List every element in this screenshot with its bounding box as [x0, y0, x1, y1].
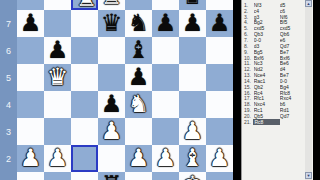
white-pawn-a2: ♟: [17, 145, 44, 172]
black-pawn-b6: ♟: [44, 37, 71, 64]
white-pawn-b2: ♟: [44, 145, 71, 172]
square-h6[interactable]: [206, 37, 233, 64]
square-g5[interactable]: [179, 64, 206, 91]
square-h8[interactable]: [206, 0, 233, 10]
square-e5[interactable]: ♟: [125, 64, 152, 91]
square-h4[interactable]: [206, 91, 233, 118]
white-pawn-d3: ♟: [98, 118, 125, 145]
square-f4[interactable]: [152, 91, 179, 118]
square-d6[interactable]: [98, 37, 125, 64]
square-a5[interactable]: [17, 64, 44, 91]
black-pawn-e5: ♟: [125, 64, 152, 91]
square-f2[interactable]: ♟: [152, 145, 179, 172]
square-a8[interactable]: [17, 0, 44, 10]
square-e4[interactable]: ♞: [125, 91, 152, 118]
square-d1[interactable]: ♜: [98, 172, 125, 180]
square-f1[interactable]: [152, 172, 179, 180]
square-b2[interactable]: ♟: [44, 145, 71, 172]
square-h1[interactable]: [206, 172, 233, 180]
square-d2[interactable]: [98, 145, 125, 172]
square-d7[interactable]: ♛: [98, 10, 125, 37]
white-pawn-e2: ♟: [125, 145, 152, 172]
white-knight-e4: ♞: [125, 91, 152, 118]
white-rook-d8: ♜: [98, 0, 125, 10]
scrollbar-track[interactable]: [305, 0, 312, 180]
chess-app-window: 87654321 ♜♜♚♟♛♞♟♟♟♟♝♛♟♟♞♟♟♟♟♟♟♝♟♜♚ 1.Nf3…: [0, 0, 320, 180]
square-g6[interactable]: [179, 37, 206, 64]
rank-label-4: 4: [0, 91, 17, 118]
move-list-rows: 1.Nf3d52.c4c63.g3Nf64.Bg2Bf55.cxd5cxd56.…: [243, 2, 305, 125]
square-h3[interactable]: [206, 118, 233, 145]
square-d4[interactable]: ♟: [98, 91, 125, 118]
rank-label-3: 3: [0, 118, 17, 145]
square-e8[interactable]: [125, 0, 152, 10]
black-rook-d1: ♜: [98, 172, 125, 180]
rank-label-6: 6: [0, 37, 17, 64]
square-g1[interactable]: ♚: [179, 172, 206, 180]
rank-label-1: 1: [0, 172, 17, 180]
square-f6[interactable]: [152, 37, 179, 64]
white-pawn-f2: ♟: [152, 145, 179, 172]
black-pawn-a7: ♟: [17, 10, 44, 37]
square-e3[interactable]: [125, 118, 152, 145]
square-h5[interactable]: [206, 64, 233, 91]
square-d5[interactable]: [98, 64, 125, 91]
square-g7[interactable]: ♟: [179, 10, 206, 37]
square-a2[interactable]: ♟: [17, 145, 44, 172]
square-f5[interactable]: [152, 64, 179, 91]
square-a7[interactable]: ♟: [17, 10, 44, 37]
square-a4[interactable]: [17, 91, 44, 118]
square-d3[interactable]: ♟: [98, 118, 125, 145]
move-list-panel: 1.Nf3d52.c4c63.g3Nf64.Bg2Bf55.cxd5cxd56.…: [241, 0, 313, 180]
white-move-21[interactable]: Rc8: [253, 119, 279, 125]
black-pawn-g7: ♟: [179, 10, 206, 37]
white-pawn-h2: ♟: [206, 145, 233, 172]
black-king-g8: ♚: [179, 0, 206, 10]
black-pawn-f7: ♟: [152, 10, 179, 37]
square-c8[interactable]: ♜: [71, 0, 98, 10]
square-e2[interactable]: ♟: [125, 145, 152, 172]
move-number: 21.: [243, 119, 252, 125]
rank-labels: 87654321: [0, 0, 17, 180]
square-b7[interactable]: [44, 10, 71, 37]
square-b1[interactable]: [44, 172, 71, 180]
white-queen-b5: ♛: [44, 64, 71, 91]
chess-board[interactable]: ♜♜♚♟♛♞♟♟♟♟♝♛♟♟♞♟♟♟♟♟♟♝♟♜♚: [17, 0, 233, 180]
black-knight-e7: ♞: [125, 10, 152, 37]
square-b6[interactable]: ♟: [44, 37, 71, 64]
square-b8[interactable]: [44, 0, 71, 10]
square-f8[interactable]: [152, 0, 179, 10]
square-e7[interactable]: ♞: [125, 10, 152, 37]
square-g8[interactable]: ♚: [179, 0, 206, 10]
move-row-21: 21.Rc8: [243, 119, 305, 125]
black-pawn-h7: ♟: [206, 10, 233, 37]
white-bishop-g2: ♝: [179, 145, 206, 172]
square-e1[interactable]: [125, 172, 152, 180]
square-c3[interactable]: [71, 118, 98, 145]
square-c5[interactable]: [71, 64, 98, 91]
rank-label-2: 2: [0, 145, 17, 172]
black-pawn-d4: ♟: [98, 91, 125, 118]
square-a6[interactable]: [17, 37, 44, 64]
square-d8[interactable]: ♜: [98, 0, 125, 10]
square-e6[interactable]: ♝: [125, 37, 152, 64]
square-b4[interactable]: [44, 91, 71, 118]
square-g2[interactable]: ♝: [179, 145, 206, 172]
square-c1[interactable]: [71, 172, 98, 180]
square-h7[interactable]: ♟: [206, 10, 233, 37]
square-f3[interactable]: [152, 118, 179, 145]
square-a3[interactable]: [17, 118, 44, 145]
square-c6[interactable]: [71, 37, 98, 64]
square-c7[interactable]: [71, 10, 98, 37]
black-move-20[interactable]: Qd7: [280, 113, 305, 119]
square-b3[interactable]: [44, 118, 71, 145]
rank-label-7: 7: [0, 10, 17, 37]
square-g3[interactable]: ♟: [179, 118, 206, 145]
square-b5[interactable]: ♛: [44, 64, 71, 91]
square-c2[interactable]: [71, 145, 98, 172]
rank-label-5: 5: [0, 64, 17, 91]
square-g4[interactable]: [179, 91, 206, 118]
square-h2[interactable]: ♟: [206, 145, 233, 172]
white-pawn-g3: ♟: [179, 118, 206, 145]
white-king-g1: ♚: [179, 172, 206, 180]
black-bishop-e6: ♝: [125, 37, 152, 64]
square-a1[interactable]: [17, 172, 44, 180]
scroll-down-icon[interactable]: ▼: [305, 172, 312, 179]
rank-label-8: 8: [0, 0, 17, 10]
black-queen-d7: ♛: [98, 10, 125, 37]
scroll-up-icon[interactable]: ▲: [305, 0, 312, 7]
square-f7[interactable]: ♟: [152, 10, 179, 37]
square-c4[interactable]: [71, 91, 98, 118]
